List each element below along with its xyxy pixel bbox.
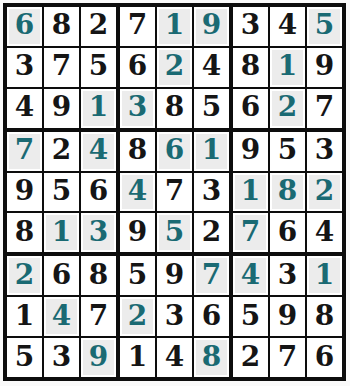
cell-r4c9[interactable]: 3: [307, 132, 342, 171]
cell-digit: 7: [128, 11, 147, 39]
cell-r6c1[interactable]: 8: [7, 213, 42, 252]
cell-r8c7[interactable]: 5: [233, 297, 268, 336]
cell-digit: 2: [89, 11, 108, 39]
sudoku-board: 6823754917196243853458196277249568138614…: [3, 3, 346, 381]
cell-digit: 7: [202, 261, 221, 289]
sudoku-box-5: 861473952: [120, 132, 229, 253]
cell-digit: 4: [278, 11, 297, 39]
cell-r1c7[interactable]: 3: [233, 7, 268, 46]
cell-digit: 9: [52, 93, 71, 121]
cell-r5c4[interactable]: 4: [120, 173, 155, 212]
cell-r1c6[interactable]: 9: [194, 7, 229, 46]
cell-digit: 4: [202, 52, 221, 80]
cell-digit: 8: [89, 261, 108, 289]
cell-r5c9[interactable]: 2: [307, 173, 342, 212]
cell-r9c5[interactable]: 4: [157, 338, 192, 377]
cell-digit: 5: [15, 343, 34, 371]
cell-r4c2[interactable]: 2: [44, 132, 79, 171]
cell-digit: 9: [128, 218, 147, 246]
cell-r8c2[interactable]: 4: [44, 297, 79, 336]
cell-digit: 5: [315, 11, 334, 39]
cell-digit: 3: [15, 52, 34, 80]
cell-digit: 4: [165, 343, 184, 371]
cell-r6c2[interactable]: 1: [44, 213, 79, 252]
cell-digit: 1: [52, 218, 71, 246]
cell-digit: 3: [241, 11, 260, 39]
cell-r8c5[interactable]: 3: [157, 297, 192, 336]
cell-r2c4[interactable]: 6: [120, 48, 155, 87]
cell-digit: 8: [52, 11, 71, 39]
cell-r7c6[interactable]: 7: [194, 256, 229, 295]
cell-digit: 9: [202, 11, 221, 39]
cell-digit: 3: [128, 93, 147, 121]
cell-digit: 8: [165, 93, 184, 121]
sudoku-page: 6823754917196243853458196277249568138614…: [0, 0, 350, 386]
cell-r5c5[interactable]: 7: [157, 173, 192, 212]
cell-r1c2[interactable]: 8: [44, 7, 79, 46]
sudoku-box-4: 724956813: [7, 132, 116, 253]
cell-r4c4[interactable]: 8: [120, 132, 155, 171]
cell-digit: 9: [165, 261, 184, 289]
cell-r6c7[interactable]: 7: [233, 213, 268, 252]
cell-digit: 5: [202, 93, 221, 121]
cell-digit: 7: [165, 177, 184, 205]
sudoku-box-8: 597236148: [120, 256, 229, 377]
cell-r2c9[interactable]: 9: [307, 48, 342, 87]
cell-digit: 7: [89, 302, 108, 330]
cell-digit: 4: [315, 218, 334, 246]
cell-r2c1[interactable]: 3: [7, 48, 42, 87]
cell-digit: 7: [241, 218, 260, 246]
cell-digit: 6: [89, 177, 108, 205]
cell-r1c8[interactable]: 4: [270, 7, 305, 46]
cell-digit: 4: [15, 93, 34, 121]
cell-r1c1[interactable]: 6: [7, 7, 42, 46]
cell-digit: 3: [52, 343, 71, 371]
cell-digit: 5: [278, 136, 297, 164]
cell-r6c3[interactable]: 3: [81, 213, 116, 252]
cell-digit: 8: [241, 52, 260, 80]
cell-r3c9[interactable]: 7: [307, 89, 342, 128]
cell-r9c7[interactable]: 2: [233, 338, 268, 377]
cell-r5c8[interactable]: 8: [270, 173, 305, 212]
cell-r9c2[interactable]: 3: [44, 338, 79, 377]
cell-digit: 1: [128, 343, 147, 371]
cell-digit: 5: [89, 52, 108, 80]
cell-r7c8[interactable]: 3: [270, 256, 305, 295]
cell-r4c6[interactable]: 1: [194, 132, 229, 171]
cell-r6c4[interactable]: 9: [120, 213, 155, 252]
cell-r1c5[interactable]: 1: [157, 7, 192, 46]
cell-digit: 3: [165, 302, 184, 330]
cell-r8c1[interactable]: 1: [7, 297, 42, 336]
cell-digit: 4: [52, 302, 71, 330]
cell-digit: 7: [15, 136, 34, 164]
cell-digit: 6: [128, 52, 147, 80]
cell-r5c2[interactable]: 5: [44, 173, 79, 212]
cell-digit: 1: [202, 136, 221, 164]
cell-r9c4[interactable]: 1: [120, 338, 155, 377]
cell-r7c7[interactable]: 4: [233, 256, 268, 295]
cell-r7c3[interactable]: 8: [81, 256, 116, 295]
cell-r4c8[interactable]: 5: [270, 132, 305, 171]
cell-digit: 1: [241, 177, 260, 205]
cell-digit: 8: [15, 218, 34, 246]
cell-digit: 8: [202, 343, 221, 371]
cell-digit: 8: [128, 136, 147, 164]
cell-r5c7[interactable]: 1: [233, 173, 268, 212]
cell-digit: 3: [278, 261, 297, 289]
cell-digit: 2: [278, 93, 297, 121]
cell-digit: 9: [278, 302, 297, 330]
cell-r2c3[interactable]: 5: [81, 48, 116, 87]
cell-digit: 6: [278, 218, 297, 246]
sudoku-box-2: 719624385: [120, 7, 229, 128]
cell-digit: 1: [165, 11, 184, 39]
cell-digit: 3: [202, 177, 221, 205]
cell-r5c1[interactable]: 9: [7, 173, 42, 212]
cell-digit: 6: [15, 11, 34, 39]
cell-digit: 1: [15, 302, 34, 330]
cell-r4c7[interactable]: 9: [233, 132, 268, 171]
cell-digit: 9: [89, 343, 108, 371]
cell-r2c8[interactable]: 1: [270, 48, 305, 87]
cell-r9c3[interactable]: 9: [81, 338, 116, 377]
cell-digit: 5: [52, 177, 71, 205]
cell-digit: 2: [315, 177, 334, 205]
cell-r6c8[interactable]: 6: [270, 213, 305, 252]
cell-digit: 9: [315, 52, 334, 80]
cell-digit: 5: [165, 218, 184, 246]
cell-digit: 8: [278, 177, 297, 205]
cell-digit: 1: [315, 261, 334, 289]
cell-r2c2[interactable]: 7: [44, 48, 79, 87]
cell-r7c2[interactable]: 6: [44, 256, 79, 295]
cell-digit: 8: [315, 302, 334, 330]
cell-r2c5[interactable]: 2: [157, 48, 192, 87]
cell-digit: 6: [315, 343, 334, 371]
cell-r2c7[interactable]: 8: [233, 48, 268, 87]
cell-r3c8[interactable]: 2: [270, 89, 305, 128]
cell-r4c3[interactable]: 4: [81, 132, 116, 171]
cell-digit: 2: [52, 136, 71, 164]
sudoku-box-3: 345819627: [233, 7, 342, 128]
cell-digit: 4: [89, 136, 108, 164]
cell-r7c1[interactable]: 2: [7, 256, 42, 295]
cell-digit: 6: [165, 136, 184, 164]
cell-r8c3[interactable]: 7: [81, 297, 116, 336]
cell-r7c4[interactable]: 5: [120, 256, 155, 295]
cell-r7c5[interactable]: 9: [157, 256, 192, 295]
cell-digit: 6: [202, 302, 221, 330]
cell-digit: 7: [315, 93, 334, 121]
cell-r2c6[interactable]: 4: [194, 48, 229, 87]
cell-digit: 2: [15, 261, 34, 289]
cell-digit: 5: [241, 302, 260, 330]
cell-r9c8[interactable]: 7: [270, 338, 305, 377]
cell-r3c7[interactable]: 6: [233, 89, 268, 128]
cell-r3c2[interactable]: 9: [44, 89, 79, 128]
sudoku-box-6: 953182764: [233, 132, 342, 253]
cell-r8c9[interactable]: 8: [307, 297, 342, 336]
cell-r9c6[interactable]: 8: [194, 338, 229, 377]
cell-r8c6[interactable]: 6: [194, 297, 229, 336]
cell-r1c9[interactable]: 5: [307, 7, 342, 46]
cell-r1c3[interactable]: 2: [81, 7, 116, 46]
cell-r9c1[interactable]: 5: [7, 338, 42, 377]
cell-digit: 2: [165, 52, 184, 80]
cell-digit: 2: [202, 218, 221, 246]
cell-digit: 3: [315, 136, 334, 164]
cell-r3c3[interactable]: 1: [81, 89, 116, 128]
cell-digit: 9: [15, 177, 34, 205]
cell-r5c6[interactable]: 3: [194, 173, 229, 212]
cell-r8c4[interactable]: 2: [120, 297, 155, 336]
cell-digit: 2: [128, 302, 147, 330]
cell-r3c5[interactable]: 8: [157, 89, 192, 128]
cell-r3c4[interactable]: 3: [120, 89, 155, 128]
cell-r4c1[interactable]: 7: [7, 132, 42, 171]
cell-r3c1[interactable]: 4: [7, 89, 42, 128]
cell-r6c5[interactable]: 5: [157, 213, 192, 252]
cell-digit: 6: [241, 93, 260, 121]
sudoku-box-9: 431598276: [233, 256, 342, 377]
sudoku-box-7: 268147539: [7, 256, 116, 377]
cell-r3c6[interactable]: 5: [194, 89, 229, 128]
cell-digit: 6: [52, 261, 71, 289]
cell-digit: 4: [128, 177, 147, 205]
cell-r6c6[interactable]: 2: [194, 213, 229, 252]
cell-r4c5[interactable]: 6: [157, 132, 192, 171]
cell-digit: 9: [241, 136, 260, 164]
cell-r7c9[interactable]: 1: [307, 256, 342, 295]
cell-digit: 2: [241, 343, 260, 371]
cell-digit: 7: [278, 343, 297, 371]
cell-r8c8[interactable]: 9: [270, 297, 305, 336]
sudoku-box-1: 682375491: [7, 7, 116, 128]
cell-digit: 1: [278, 52, 297, 80]
cell-digit: 3: [89, 218, 108, 246]
cell-r5c3[interactable]: 6: [81, 173, 116, 212]
cell-digit: 4: [241, 261, 260, 289]
cell-r9c9[interactable]: 6: [307, 338, 342, 377]
cell-digit: 5: [128, 261, 147, 289]
cell-digit: 1: [89, 93, 108, 121]
cell-digit: 7: [52, 52, 71, 80]
cell-r6c9[interactable]: 4: [307, 213, 342, 252]
cell-r1c4[interactable]: 7: [120, 7, 155, 46]
